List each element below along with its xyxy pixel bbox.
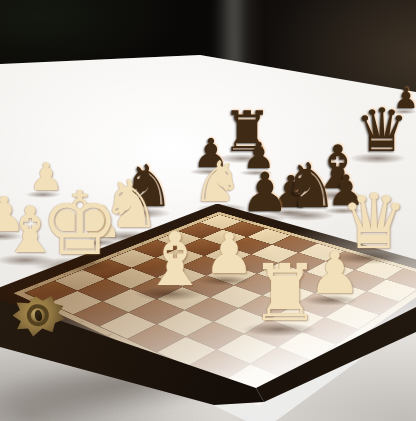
white-king[interactable]: ♚: [41, 180, 120, 268]
black-knight[interactable]: ♞: [282, 155, 338, 217]
white-rook[interactable]: ♜: [250, 254, 320, 332]
chess-photo-scene: abcdefgh 87654321 ♟♝♟♚♟♞♞♝♟♜♟♛♞♟♜♟♟♟♞♝♟♛…: [0, 0, 416, 421]
white-pawn[interactable]: ♟: [204, 226, 254, 282]
black-pawn[interactable]: ♟: [241, 166, 289, 220]
pieces-layer: ♟♝♟♚♟♞♞♝♟♜♟♛♞♟♜♟♟♟♞♝♟♛♟: [0, 0, 416, 421]
white-bishop[interactable]: ♝: [142, 222, 208, 296]
white-knight[interactable]: ♞: [193, 154, 243, 210]
